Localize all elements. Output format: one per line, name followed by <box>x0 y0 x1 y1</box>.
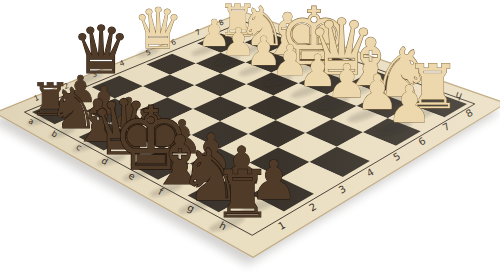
extra-light-queen: ♛ <box>133 0 183 61</box>
chess-photo-canvas: aabbccddeeffgghh1122334455667788♜♞♝♚♛♝♞♜… <box>0 0 500 272</box>
chess-set-photo: aabbccddeeffgghh1122334455667788♜♞♝♚♛♝♞♜… <box>0 0 500 272</box>
piece-dark-rook-h1: ♜ <box>213 157 271 232</box>
piece-light-pawn-h7: ♟ <box>386 75 432 134</box>
